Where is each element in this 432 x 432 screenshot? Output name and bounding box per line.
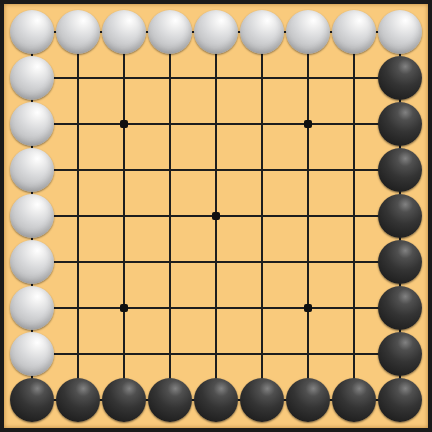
intersection-F1[interactable] <box>239 377 285 423</box>
intersection-H3[interactable] <box>331 285 377 331</box>
intersection-H2[interactable] <box>331 331 377 377</box>
stone-white[interactable] <box>240 10 284 54</box>
intersection-A1[interactable] <box>9 377 55 423</box>
intersection-H7[interactable] <box>331 101 377 147</box>
board-intersections <box>9 9 423 423</box>
intersection-C3[interactable] <box>101 285 147 331</box>
intersection-C7[interactable] <box>101 101 147 147</box>
intersection-F7[interactable] <box>239 101 285 147</box>
intersection-A5[interactable] <box>9 193 55 239</box>
intersection-H9[interactable] <box>331 9 377 55</box>
intersection-E9[interactable] <box>193 9 239 55</box>
stone-black[interactable] <box>102 378 146 422</box>
stone-black[interactable] <box>10 378 54 422</box>
intersection-C4[interactable] <box>101 239 147 285</box>
stone-white[interactable] <box>10 240 54 284</box>
intersection-J9[interactable] <box>377 9 423 55</box>
intersection-F6[interactable] <box>239 147 285 193</box>
intersection-D6[interactable] <box>147 147 193 193</box>
stone-black[interactable] <box>378 240 422 284</box>
intersection-F8[interactable] <box>239 55 285 101</box>
intersection-G9[interactable] <box>285 9 331 55</box>
intersection-H8[interactable] <box>331 55 377 101</box>
intersection-B2[interactable] <box>55 331 101 377</box>
intersection-B9[interactable] <box>55 9 101 55</box>
intersection-A6[interactable] <box>9 147 55 193</box>
intersection-C6[interactable] <box>101 147 147 193</box>
intersection-J8[interactable] <box>377 55 423 101</box>
intersection-F5[interactable] <box>239 193 285 239</box>
stone-white[interactable] <box>10 10 54 54</box>
intersection-D1[interactable] <box>147 377 193 423</box>
stone-white[interactable] <box>10 286 54 330</box>
intersection-J6[interactable] <box>377 147 423 193</box>
intersection-F2[interactable] <box>239 331 285 377</box>
intersection-J3[interactable] <box>377 285 423 331</box>
stone-black[interactable] <box>378 332 422 376</box>
intersection-B8[interactable] <box>55 55 101 101</box>
intersection-B5[interactable] <box>55 193 101 239</box>
stone-white[interactable] <box>10 332 54 376</box>
intersection-E3[interactable] <box>193 285 239 331</box>
intersection-G3[interactable] <box>285 285 331 331</box>
intersection-G1[interactable] <box>285 377 331 423</box>
intersection-B4[interactable] <box>55 239 101 285</box>
intersection-E7[interactable] <box>193 101 239 147</box>
go-board <box>0 0 432 432</box>
intersection-F3[interactable] <box>239 285 285 331</box>
intersection-G2[interactable] <box>285 331 331 377</box>
stone-white[interactable] <box>148 10 192 54</box>
intersection-A3[interactable] <box>9 285 55 331</box>
stone-black[interactable] <box>378 102 422 146</box>
intersection-D3[interactable] <box>147 285 193 331</box>
stone-black[interactable] <box>378 378 422 422</box>
intersection-C5[interactable] <box>101 193 147 239</box>
stone-black[interactable] <box>332 378 376 422</box>
intersection-D2[interactable] <box>147 331 193 377</box>
stone-white[interactable] <box>10 56 54 100</box>
stone-black[interactable] <box>378 194 422 238</box>
intersection-C2[interactable] <box>101 331 147 377</box>
intersection-A2[interactable] <box>9 331 55 377</box>
intersection-B7[interactable] <box>55 101 101 147</box>
stone-white[interactable] <box>10 148 54 192</box>
intersection-A8[interactable] <box>9 55 55 101</box>
intersection-H6[interactable] <box>331 147 377 193</box>
intersection-D5[interactable] <box>147 193 193 239</box>
stone-white[interactable] <box>10 194 54 238</box>
intersection-B6[interactable] <box>55 147 101 193</box>
intersection-A4[interactable] <box>9 239 55 285</box>
intersection-E2[interactable] <box>193 331 239 377</box>
intersection-G6[interactable] <box>285 147 331 193</box>
intersection-C8[interactable] <box>101 55 147 101</box>
intersection-G5[interactable] <box>285 193 331 239</box>
intersection-J5[interactable] <box>377 193 423 239</box>
intersection-F4[interactable] <box>239 239 285 285</box>
stone-black[interactable] <box>56 378 100 422</box>
intersection-C9[interactable] <box>101 9 147 55</box>
stone-white[interactable] <box>286 10 330 54</box>
intersection-H5[interactable] <box>331 193 377 239</box>
intersection-D7[interactable] <box>147 101 193 147</box>
intersection-D9[interactable] <box>147 9 193 55</box>
stone-black[interactable] <box>378 148 422 192</box>
intersection-E6[interactable] <box>193 147 239 193</box>
intersection-E1[interactable] <box>193 377 239 423</box>
intersection-J1[interactable] <box>377 377 423 423</box>
intersection-H4[interactable] <box>331 239 377 285</box>
stone-white[interactable] <box>10 102 54 146</box>
intersection-D4[interactable] <box>147 239 193 285</box>
intersection-A7[interactable] <box>9 101 55 147</box>
stone-white[interactable] <box>332 10 376 54</box>
stone-white[interactable] <box>102 10 146 54</box>
stone-white[interactable] <box>194 10 238 54</box>
intersection-J2[interactable] <box>377 331 423 377</box>
stone-black[interactable] <box>194 378 238 422</box>
intersection-B3[interactable] <box>55 285 101 331</box>
intersection-F9[interactable] <box>239 9 285 55</box>
intersection-B1[interactable] <box>55 377 101 423</box>
intersection-H1[interactable] <box>331 377 377 423</box>
stone-white[interactable] <box>56 10 100 54</box>
intersection-E4[interactable] <box>193 239 239 285</box>
intersection-E8[interactable] <box>193 55 239 101</box>
intersection-D8[interactable] <box>147 55 193 101</box>
stone-black[interactable] <box>148 378 192 422</box>
intersection-G7[interactable] <box>285 101 331 147</box>
intersection-G8[interactable] <box>285 55 331 101</box>
stone-black[interactable] <box>378 56 422 100</box>
stone-black[interactable] <box>240 378 284 422</box>
intersection-J7[interactable] <box>377 101 423 147</box>
intersection-G4[interactable] <box>285 239 331 285</box>
intersection-A9[interactable] <box>9 9 55 55</box>
stone-black[interactable] <box>378 286 422 330</box>
intersection-C1[interactable] <box>101 377 147 423</box>
stone-white[interactable] <box>378 10 422 54</box>
intersection-E5[interactable] <box>193 193 239 239</box>
intersection-J4[interactable] <box>377 239 423 285</box>
stone-black[interactable] <box>286 378 330 422</box>
